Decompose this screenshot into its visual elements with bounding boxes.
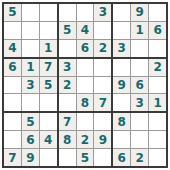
cell-r6c6[interactable]: 7 — [94, 94, 111, 111]
cell-r1c4[interactable] — [59, 4, 76, 21]
cell-r9c5[interactable]: 5 — [77, 149, 94, 166]
cell-r8c2[interactable]: 6 — [22, 131, 39, 148]
cell-r9c4[interactable] — [59, 149, 76, 166]
cell-r1c1[interactable]: 5 — [4, 4, 21, 21]
cell-r2c3[interactable] — [40, 22, 57, 39]
cell-r9c9[interactable] — [149, 149, 166, 166]
cell-r8c8[interactable] — [131, 131, 148, 148]
sudoku-board-wrapper: 541354629163617353287296315647978295862 — [0, 0, 170, 170]
cell-r7c3[interactable] — [40, 113, 57, 130]
cell-r5c9[interactable] — [149, 77, 166, 94]
cell-r9c7[interactable]: 6 — [113, 149, 130, 166]
cell-r8c3[interactable]: 4 — [40, 131, 57, 148]
cell-r2c8[interactable]: 1 — [131, 22, 148, 39]
cell-r2c4[interactable]: 5 — [59, 22, 76, 39]
box-r3c3: 862 — [113, 113, 166, 166]
cell-r1c2[interactable] — [22, 4, 39, 21]
cell-r4c5[interactable] — [77, 59, 94, 76]
cell-r6c9[interactable]: 1 — [149, 94, 166, 111]
cell-r4c9[interactable]: 2 — [149, 59, 166, 76]
cell-r4c6[interactable] — [94, 59, 111, 76]
cell-r3c2[interactable] — [22, 40, 39, 57]
sudoku-board: 541354629163617353287296315647978295862 — [2, 2, 168, 168]
cell-r9c8[interactable]: 2 — [131, 149, 148, 166]
cell-r9c1[interactable]: 7 — [4, 149, 21, 166]
cell-r7c9[interactable] — [149, 113, 166, 130]
cell-r8c6[interactable]: 9 — [94, 131, 111, 148]
box-r1c3: 9163 — [113, 4, 166, 57]
cell-r4c2[interactable]: 1 — [22, 59, 39, 76]
cell-r1c8[interactable]: 9 — [131, 4, 148, 21]
box-r3c2: 78295 — [59, 113, 112, 166]
cell-r2c6[interactable] — [94, 22, 111, 39]
cell-r4c4[interactable]: 3 — [59, 59, 76, 76]
cell-r1c3[interactable] — [40, 4, 57, 21]
cell-r1c7[interactable] — [113, 4, 130, 21]
box-r2c3: 29631 — [113, 59, 166, 112]
box-r2c2: 3287 — [59, 59, 112, 112]
cell-r4c1[interactable]: 6 — [4, 59, 21, 76]
cell-r1c5[interactable] — [77, 4, 94, 21]
cell-r9c2[interactable]: 9 — [22, 149, 39, 166]
box-r1c1: 541 — [4, 4, 57, 57]
cell-r5c5[interactable] — [77, 77, 94, 94]
cell-r3c1[interactable]: 4 — [4, 40, 21, 57]
cell-r5c4[interactable]: 2 — [59, 77, 76, 94]
cell-r1c6[interactable]: 3 — [94, 4, 111, 21]
cell-r5c2[interactable]: 3 — [22, 77, 39, 94]
cell-r5c3[interactable]: 5 — [40, 77, 57, 94]
box-r3c1: 56479 — [4, 113, 57, 166]
cell-r3c4[interactable] — [59, 40, 76, 57]
cell-r8c1[interactable] — [4, 131, 21, 148]
cell-r8c9[interactable] — [149, 131, 166, 148]
cell-r2c2[interactable] — [22, 22, 39, 39]
cell-r2c5[interactable]: 4 — [77, 22, 94, 39]
cell-r6c5[interactable]: 8 — [77, 94, 94, 111]
cell-r4c7[interactable] — [113, 59, 130, 76]
cell-r5c6[interactable] — [94, 77, 111, 94]
cell-r6c7[interactable] — [113, 94, 130, 111]
cell-r4c8[interactable] — [131, 59, 148, 76]
cell-r1c9[interactable] — [149, 4, 166, 21]
cell-r7c2[interactable]: 5 — [22, 113, 39, 130]
cell-r3c8[interactable] — [131, 40, 148, 57]
box-r2c1: 61735 — [4, 59, 57, 112]
cell-r5c7[interactable]: 9 — [113, 77, 130, 94]
cell-r5c1[interactable] — [4, 77, 21, 94]
cell-r6c8[interactable]: 3 — [131, 94, 148, 111]
cell-r6c4[interactable] — [59, 94, 76, 111]
cell-r8c5[interactable]: 2 — [77, 131, 94, 148]
box-r1c2: 35462 — [59, 4, 112, 57]
cell-r7c4[interactable]: 7 — [59, 113, 76, 130]
cell-r3c3[interactable]: 1 — [40, 40, 57, 57]
cell-r9c6[interactable] — [94, 149, 111, 166]
cell-r4c3[interactable]: 7 — [40, 59, 57, 76]
cell-r2c7[interactable] — [113, 22, 130, 39]
cell-r3c5[interactable]: 6 — [77, 40, 94, 57]
cell-r8c4[interactable]: 8 — [59, 131, 76, 148]
cell-r3c9[interactable] — [149, 40, 166, 57]
cell-r7c5[interactable] — [77, 113, 94, 130]
cell-r3c6[interactable]: 2 — [94, 40, 111, 57]
cell-r7c1[interactable] — [4, 113, 21, 130]
cell-r9c3[interactable] — [40, 149, 57, 166]
cell-r7c6[interactable] — [94, 113, 111, 130]
cell-r5c8[interactable]: 6 — [131, 77, 148, 94]
cell-r7c7[interactable]: 8 — [113, 113, 130, 130]
cell-r6c1[interactable] — [4, 94, 21, 111]
cell-r6c3[interactable] — [40, 94, 57, 111]
cell-r7c8[interactable] — [131, 113, 148, 130]
cell-r2c1[interactable] — [4, 22, 21, 39]
cell-r3c7[interactable]: 3 — [113, 40, 130, 57]
cell-r6c2[interactable] — [22, 94, 39, 111]
cell-r8c7[interactable] — [113, 131, 130, 148]
cell-r2c9[interactable]: 6 — [149, 22, 166, 39]
